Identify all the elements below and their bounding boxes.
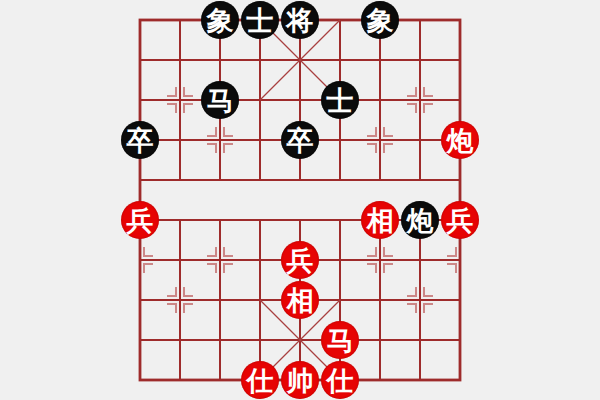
point-2-9[interactable] [200,360,240,400]
point-5-7[interactable] [320,280,360,320]
point-7-4[interactable] [400,160,440,200]
piece-black-general[interactable]: 将 [281,1,319,39]
piece-red-horse[interactable]: 马 [321,321,359,359]
point-7-8[interactable] [400,320,440,360]
piece-black-advisor[interactable]: 士 [241,1,279,39]
point-6-6[interactable] [360,240,400,280]
point-2-5[interactable] [200,200,240,240]
piece-black-elephant[interactable]: 象 [201,1,239,39]
point-5-8[interactable]: 马 [320,320,360,360]
piece-red-advisor[interactable]: 仕 [241,361,279,399]
point-2-8[interactable] [200,320,240,360]
piece-red-soldier[interactable]: 兵 [121,201,159,239]
point-4-0[interactable]: 将 [280,0,320,40]
piece-black-soldier[interactable]: 卒 [121,121,159,159]
piece-black-elephant[interactable]: 象 [361,1,399,39]
point-3-9[interactable]: 仕 [240,360,280,400]
point-0-8[interactable] [120,320,160,360]
point-1-5[interactable] [160,200,200,240]
point-1-3[interactable] [160,120,200,160]
point-8-0[interactable] [440,0,480,40]
point-8-3[interactable]: 炮 [440,120,480,160]
point-6-5[interactable]: 相 [360,200,400,240]
point-2-2[interactable]: 马 [200,80,240,120]
point-4-1[interactable] [280,40,320,80]
point-8-4[interactable] [440,160,480,200]
point-7-2[interactable] [400,80,440,120]
point-3-8[interactable] [240,320,280,360]
point-1-4[interactable] [160,160,200,200]
point-6-9[interactable] [360,360,400,400]
point-0-5[interactable]: 兵 [120,200,160,240]
point-8-5[interactable]: 兵 [440,200,480,240]
point-0-0[interactable] [120,0,160,40]
point-8-6[interactable] [440,240,480,280]
point-5-4[interactable] [320,160,360,200]
point-2-3[interactable] [200,120,240,160]
piece-red-soldier[interactable]: 兵 [441,201,479,239]
point-6-1[interactable] [360,40,400,80]
point-4-4[interactable] [280,160,320,200]
point-7-6[interactable] [400,240,440,280]
piece-red-cannon[interactable]: 炮 [441,121,479,159]
point-7-7[interactable] [400,280,440,320]
point-8-1[interactable] [440,40,480,80]
point-4-8[interactable] [280,320,320,360]
point-3-6[interactable] [240,240,280,280]
point-8-7[interactable] [440,280,480,320]
point-6-7[interactable] [360,280,400,320]
point-1-1[interactable] [160,40,200,80]
point-3-0[interactable]: 士 [240,0,280,40]
point-2-4[interactable] [200,160,240,200]
point-7-5[interactable]: 炮 [400,200,440,240]
point-2-0[interactable]: 象 [200,0,240,40]
point-4-9[interactable]: 帅 [280,360,320,400]
point-4-7[interactable]: 相 [280,280,320,320]
point-4-3[interactable]: 卒 [280,120,320,160]
piece-black-soldier[interactable]: 卒 [281,121,319,159]
point-8-2[interactable] [440,80,480,120]
point-7-9[interactable] [400,360,440,400]
piece-red-advisor[interactable]: 仕 [321,361,359,399]
point-1-7[interactable] [160,280,200,320]
point-0-6[interactable] [120,240,160,280]
piece-red-soldier[interactable]: 兵 [281,241,319,279]
piece-black-horse[interactable]: 马 [201,81,239,119]
piece-red-general[interactable]: 帅 [281,361,319,399]
point-1-0[interactable] [160,0,200,40]
point-6-4[interactable] [360,160,400,200]
point-2-6[interactable] [200,240,240,280]
point-2-7[interactable] [200,280,240,320]
point-6-3[interactable] [360,120,400,160]
point-0-3[interactable]: 卒 [120,120,160,160]
point-0-4[interactable] [120,160,160,200]
point-3-3[interactable] [240,120,280,160]
point-1-6[interactable] [160,240,200,280]
point-0-9[interactable] [120,360,160,400]
point-5-2[interactable]: 士 [320,80,360,120]
point-5-0[interactable] [320,0,360,40]
point-1-9[interactable] [160,360,200,400]
point-5-6[interactable] [320,240,360,280]
point-3-5[interactable] [240,200,280,240]
point-6-8[interactable] [360,320,400,360]
point-6-2[interactable] [360,80,400,120]
point-5-5[interactable] [320,200,360,240]
point-5-3[interactable] [320,120,360,160]
point-7-0[interactable] [400,0,440,40]
piece-black-cannon[interactable]: 炮 [401,201,439,239]
point-0-1[interactable] [120,40,160,80]
point-0-7[interactable] [120,280,160,320]
point-7-1[interactable] [400,40,440,80]
point-2-1[interactable] [200,40,240,80]
point-5-1[interactable] [320,40,360,80]
point-3-4[interactable] [240,160,280,200]
point-4-2[interactable] [280,80,320,120]
point-8-9[interactable] [440,360,480,400]
point-7-3[interactable] [400,120,440,160]
point-1-8[interactable] [160,320,200,360]
point-8-8[interactable] [440,320,480,360]
point-6-0[interactable]: 象 [360,0,400,40]
point-5-9[interactable]: 仕 [320,360,360,400]
point-1-2[interactable] [160,80,200,120]
piece-red-elephant[interactable]: 相 [361,201,399,239]
board-point-grid: 象士将象马士卒卒炮兵相炮兵兵相马仕帅仕 [120,0,480,400]
point-3-7[interactable] [240,280,280,320]
xiangqi-board: 象士将象马士卒卒炮兵相炮兵兵相马仕帅仕 [0,0,600,400]
point-3-1[interactable] [240,40,280,80]
point-0-2[interactable] [120,80,160,120]
point-3-2[interactable] [240,80,280,120]
point-4-6[interactable]: 兵 [280,240,320,280]
point-4-5[interactable] [280,200,320,240]
piece-red-elephant[interactable]: 相 [281,281,319,319]
piece-black-advisor[interactable]: 士 [321,81,359,119]
